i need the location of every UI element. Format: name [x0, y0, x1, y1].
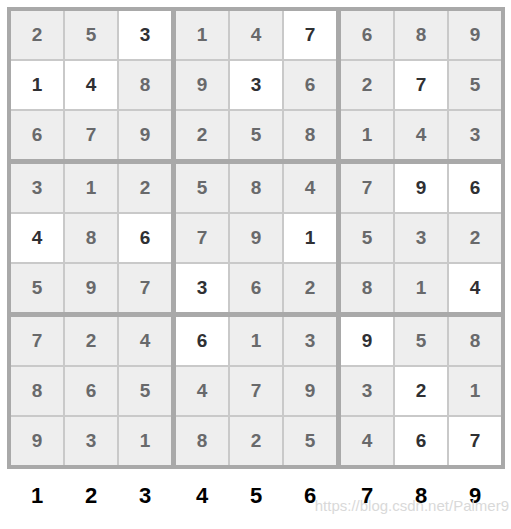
- column-label-8: 8: [395, 483, 447, 509]
- sudoku-box-2: 147936258: [176, 11, 336, 159]
- sudoku-cell-r6c4[interactable]: 3: [176, 264, 228, 312]
- sudoku-cell-r4c7[interactable]: 7: [341, 164, 393, 212]
- sudoku-cell-r4c9[interactable]: 6: [449, 164, 501, 212]
- sudoku-cell-r9c2[interactable]: 3: [65, 417, 117, 465]
- sudoku-cell-r4c8[interactable]: 9: [395, 164, 447, 212]
- column-label-9: 9: [449, 483, 501, 509]
- sudoku-cell-r5c8[interactable]: 3: [395, 214, 447, 262]
- sudoku-cell-r8c3[interactable]: 5: [119, 367, 171, 415]
- sudoku-cell-r5c2[interactable]: 8: [65, 214, 117, 262]
- sudoku-cell-r4c4[interactable]: 5: [176, 164, 228, 212]
- sudoku-box-1: 253148679: [11, 11, 171, 159]
- sudoku-cell-r7c5[interactable]: 1: [230, 317, 282, 365]
- sudoku-box-7: 724865931: [11, 317, 171, 465]
- sudoku-cell-r6c2[interactable]: 9: [65, 264, 117, 312]
- sudoku-cell-r8c2[interactable]: 6: [65, 367, 117, 415]
- sudoku-cell-r6c6[interactable]: 2: [284, 264, 336, 312]
- sudoku-cell-r3c1[interactable]: 6: [11, 111, 63, 159]
- sudoku-cell-r7c4[interactable]: 6: [176, 317, 228, 365]
- sudoku-cell-r4c1[interactable]: 3: [11, 164, 63, 212]
- sudoku-cell-r5c5[interactable]: 9: [230, 214, 282, 262]
- sudoku-cell-r4c3[interactable]: 2: [119, 164, 171, 212]
- sudoku-cell-r2c5[interactable]: 3: [230, 61, 282, 109]
- sudoku-cell-r8c4[interactable]: 4: [176, 367, 228, 415]
- column-label-group-3: 789: [341, 483, 501, 509]
- sudoku-cell-r1c7[interactable]: 6: [341, 11, 393, 59]
- column-label-group-1: 123: [11, 483, 171, 509]
- sudoku-box-5: 584791362: [176, 164, 336, 312]
- sudoku-cell-r5c3[interactable]: 6: [119, 214, 171, 262]
- column-label-group-2: 456: [176, 483, 336, 509]
- sudoku-cell-r3c4[interactable]: 2: [176, 111, 228, 159]
- sudoku-box-9: 958321467: [341, 317, 501, 465]
- sudoku-cell-r7c2[interactable]: 2: [65, 317, 117, 365]
- sudoku-cell-r2c3[interactable]: 8: [119, 61, 171, 109]
- sudoku-cell-r1c5[interactable]: 4: [230, 11, 282, 59]
- sudoku-cell-r4c5[interactable]: 8: [230, 164, 282, 212]
- sudoku-cell-r6c1[interactable]: 5: [11, 264, 63, 312]
- column-label-2: 2: [65, 483, 117, 509]
- sudoku-cell-r6c9[interactable]: 4: [449, 264, 501, 312]
- sudoku-cell-r9c9[interactable]: 7: [449, 417, 501, 465]
- sudoku-cell-r1c1[interactable]: 2: [11, 11, 63, 59]
- sudoku-cell-r2c1[interactable]: 1: [11, 61, 63, 109]
- column-label-5: 5: [230, 483, 282, 509]
- sudoku-cell-r1c3[interactable]: 3: [119, 11, 171, 59]
- sudoku-cell-r5c9[interactable]: 2: [449, 214, 501, 262]
- sudoku-cell-r8c5[interactable]: 7: [230, 367, 282, 415]
- sudoku-cell-r2c7[interactable]: 2: [341, 61, 393, 109]
- sudoku-cell-r1c9[interactable]: 9: [449, 11, 501, 59]
- sudoku-cell-r3c7[interactable]: 1: [341, 111, 393, 159]
- column-label-3: 3: [119, 483, 171, 509]
- sudoku-cell-r8c7[interactable]: 3: [341, 367, 393, 415]
- sudoku-cell-r8c6[interactable]: 9: [284, 367, 336, 415]
- sudoku-page: 2531486791479362586892751433124865975847…: [0, 0, 511, 529]
- sudoku-cell-r6c3[interactable]: 7: [119, 264, 171, 312]
- sudoku-cell-r2c6[interactable]: 6: [284, 61, 336, 109]
- sudoku-cell-r2c2[interactable]: 4: [65, 61, 117, 109]
- sudoku-cell-r2c4[interactable]: 9: [176, 61, 228, 109]
- sudoku-cell-r9c5[interactable]: 2: [230, 417, 282, 465]
- sudoku-cell-r5c1[interactable]: 4: [11, 214, 63, 262]
- sudoku-cell-r5c7[interactable]: 5: [341, 214, 393, 262]
- sudoku-cell-r5c4[interactable]: 7: [176, 214, 228, 262]
- sudoku-cell-r3c6[interactable]: 8: [284, 111, 336, 159]
- sudoku-cell-r3c8[interactable]: 4: [395, 111, 447, 159]
- column-labels: 123456789: [7, 483, 505, 509]
- sudoku-cell-r9c3[interactable]: 1: [119, 417, 171, 465]
- sudoku-box-3: 689275143: [341, 11, 501, 159]
- sudoku-cell-r9c6[interactable]: 5: [284, 417, 336, 465]
- sudoku-cell-r2c9[interactable]: 5: [449, 61, 501, 109]
- sudoku-cell-r1c4[interactable]: 1: [176, 11, 228, 59]
- column-label-7: 7: [341, 483, 393, 509]
- sudoku-cell-r5c6[interactable]: 1: [284, 214, 336, 262]
- sudoku-board: 2531486791479362586892751433124865975847…: [7, 7, 505, 469]
- sudoku-box-4: 312486597: [11, 164, 171, 312]
- sudoku-cell-r9c7[interactable]: 4: [341, 417, 393, 465]
- sudoku-cell-r1c2[interactable]: 5: [65, 11, 117, 59]
- sudoku-cell-r6c8[interactable]: 1: [395, 264, 447, 312]
- sudoku-box-6: 796532814: [341, 164, 501, 312]
- sudoku-box-8: 613479825: [176, 317, 336, 465]
- sudoku-cell-r7c8[interactable]: 5: [395, 317, 447, 365]
- sudoku-cell-r9c8[interactable]: 6: [395, 417, 447, 465]
- sudoku-cell-r1c6[interactable]: 7: [284, 11, 336, 59]
- sudoku-cell-r9c1[interactable]: 9: [11, 417, 63, 465]
- column-label-4: 4: [176, 483, 228, 509]
- sudoku-cell-r7c3[interactable]: 4: [119, 317, 171, 365]
- sudoku-cell-r1c8[interactable]: 8: [395, 11, 447, 59]
- sudoku-cell-r8c9[interactable]: 1: [449, 367, 501, 415]
- column-label-6: 6: [284, 483, 336, 509]
- sudoku-cell-r4c6[interactable]: 4: [284, 164, 336, 212]
- sudoku-cell-r3c9[interactable]: 3: [449, 111, 501, 159]
- sudoku-cell-r7c7[interactable]: 9: [341, 317, 393, 365]
- sudoku-cell-r3c5[interactable]: 5: [230, 111, 282, 159]
- sudoku-cell-r6c7[interactable]: 8: [341, 264, 393, 312]
- sudoku-cell-r8c8[interactable]: 2: [395, 367, 447, 415]
- sudoku-cell-r3c2[interactable]: 7: [65, 111, 117, 159]
- sudoku-cell-r9c4[interactable]: 8: [176, 417, 228, 465]
- sudoku-cell-r3c3[interactable]: 9: [119, 111, 171, 159]
- sudoku-cell-r6c5[interactable]: 6: [230, 264, 282, 312]
- sudoku-cell-r7c6[interactable]: 3: [284, 317, 336, 365]
- sudoku-cell-r4c2[interactable]: 1: [65, 164, 117, 212]
- sudoku-cell-r2c8[interactable]: 7: [395, 61, 447, 109]
- sudoku-cell-r7c9[interactable]: 8: [449, 317, 501, 365]
- sudoku-cell-r7c1[interactable]: 7: [11, 317, 63, 365]
- column-label-1: 1: [11, 483, 63, 509]
- sudoku-cell-r8c1[interactable]: 8: [11, 367, 63, 415]
